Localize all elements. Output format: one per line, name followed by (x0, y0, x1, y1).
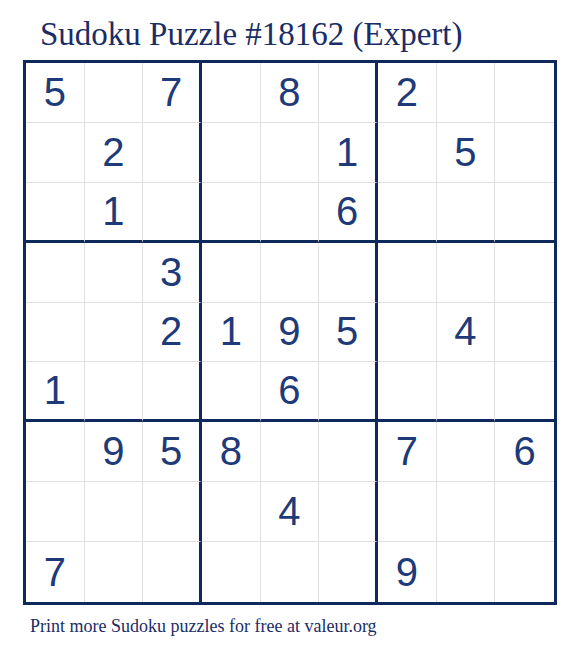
cell-r7c8[interactable] (437, 422, 496, 482)
cell-r9c3[interactable] (143, 542, 202, 602)
cell-r6c6[interactable] (319, 362, 378, 422)
cell-r4c7[interactable] (378, 243, 437, 303)
cell-r1c7[interactable]: 2 (378, 63, 437, 123)
cell-r9c4[interactable] (202, 542, 261, 602)
cell-r8c8[interactable] (437, 482, 496, 542)
cell-r2c7[interactable] (378, 123, 437, 183)
cell-r7c7[interactable]: 7 (378, 422, 437, 482)
cell-r2c9[interactable] (495, 123, 554, 183)
cell-r1c9[interactable] (495, 63, 554, 123)
cell-r5c8[interactable]: 4 (437, 303, 496, 363)
cell-r3c4[interactable] (202, 183, 261, 243)
cell-r6c8[interactable] (437, 362, 496, 422)
cell-r2c1[interactable] (26, 123, 85, 183)
cell-r6c5[interactable]: 6 (261, 362, 320, 422)
cell-r7c6[interactable] (319, 422, 378, 482)
cell-r8c2[interactable] (85, 482, 144, 542)
cell-r8c7[interactable] (378, 482, 437, 542)
cell-r5c4[interactable]: 1 (202, 303, 261, 363)
cell-r8c4[interactable] (202, 482, 261, 542)
cell-r3c8[interactable] (437, 183, 496, 243)
cell-r9c9[interactable] (495, 542, 554, 602)
cell-r8c6[interactable] (319, 482, 378, 542)
cell-r1c5[interactable]: 8 (261, 63, 320, 123)
cell-r3c3[interactable] (143, 183, 202, 243)
cell-r5c6[interactable]: 5 (319, 303, 378, 363)
cell-r9c6[interactable] (319, 542, 378, 602)
cell-r2c8[interactable]: 5 (437, 123, 496, 183)
cell-r2c6[interactable]: 1 (319, 123, 378, 183)
cell-r2c2[interactable]: 2 (85, 123, 144, 183)
cell-r1c1[interactable]: 5 (26, 63, 85, 123)
cell-r1c3[interactable]: 7 (143, 63, 202, 123)
cell-r9c5[interactable] (261, 542, 320, 602)
cell-r3c2[interactable]: 1 (85, 183, 144, 243)
puzzle-title: Sudoku Puzzle #18162 (Expert) (40, 16, 463, 52)
cell-r5c2[interactable] (85, 303, 144, 363)
cell-r4c4[interactable] (202, 243, 261, 303)
cell-r4c1[interactable] (26, 243, 85, 303)
cell-r3c7[interactable] (378, 183, 437, 243)
cell-r8c3[interactable] (143, 482, 202, 542)
cell-r2c4[interactable] (202, 123, 261, 183)
cell-r3c9[interactable] (495, 183, 554, 243)
footer-credit: Print more Sudoku puzzles for free at va… (30, 614, 377, 638)
cell-r5c5[interactable]: 9 (261, 303, 320, 363)
cell-r3c5[interactable] (261, 183, 320, 243)
cell-r1c4[interactable] (202, 63, 261, 123)
cell-r9c1[interactable]: 7 (26, 542, 85, 602)
cell-r7c3[interactable]: 5 (143, 422, 202, 482)
cell-r6c1[interactable]: 1 (26, 362, 85, 422)
cell-r5c9[interactable] (495, 303, 554, 363)
cell-r7c5[interactable] (261, 422, 320, 482)
cell-r9c2[interactable] (85, 542, 144, 602)
cell-r7c4[interactable]: 8 (202, 422, 261, 482)
cell-r1c8[interactable] (437, 63, 496, 123)
cell-r5c7[interactable] (378, 303, 437, 363)
cell-r9c8[interactable] (437, 542, 496, 602)
cell-r6c7[interactable] (378, 362, 437, 422)
cell-r6c9[interactable] (495, 362, 554, 422)
cell-r7c1[interactable] (26, 422, 85, 482)
page: Sudoku Puzzle #18162 (Expert) 5782215163… (0, 0, 580, 651)
cell-r4c2[interactable] (85, 243, 144, 303)
cell-r1c6[interactable] (319, 63, 378, 123)
cell-r7c9[interactable]: 6 (495, 422, 554, 482)
cell-r2c3[interactable] (143, 123, 202, 183)
cell-r7c2[interactable]: 9 (85, 422, 144, 482)
cell-r8c9[interactable] (495, 482, 554, 542)
sudoku-board: 5782215163219541695876479 (23, 60, 557, 605)
cell-r4c3[interactable]: 3 (143, 243, 202, 303)
cell-r5c3[interactable]: 2 (143, 303, 202, 363)
cell-r4c6[interactable] (319, 243, 378, 303)
cell-r4c8[interactable] (437, 243, 496, 303)
cell-r1c2[interactable] (85, 63, 144, 123)
cell-r3c1[interactable] (26, 183, 85, 243)
cell-r5c1[interactable] (26, 303, 85, 363)
cell-r6c4[interactable] (202, 362, 261, 422)
cell-r8c5[interactable]: 4 (261, 482, 320, 542)
cell-r9c7[interactable]: 9 (378, 542, 437, 602)
cell-r4c9[interactable] (495, 243, 554, 303)
cell-r8c1[interactable] (26, 482, 85, 542)
cell-r3c6[interactable]: 6 (319, 183, 378, 243)
cell-r6c3[interactable] (143, 362, 202, 422)
cell-r6c2[interactable] (85, 362, 144, 422)
cell-r4c5[interactable] (261, 243, 320, 303)
cell-r2c5[interactable] (261, 123, 320, 183)
